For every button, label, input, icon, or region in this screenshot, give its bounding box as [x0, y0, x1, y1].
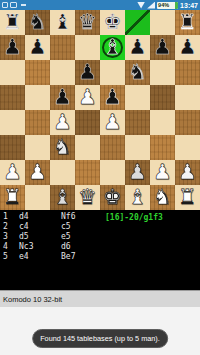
piece-black-pawn: ♟	[100, 85, 125, 110]
notification-area	[0, 2, 137, 8]
piece-black-rook: ♜	[175, 10, 200, 35]
last-move-arrow	[125, 10, 150, 35]
black-move: e5	[61, 232, 111, 242]
piece-black-king: ♚	[100, 10, 125, 35]
square-a3[interactable]	[0, 135, 25, 160]
square-c7[interactable]	[50, 35, 75, 60]
signal-icon	[147, 2, 155, 9]
piece-white-bishop: ♝	[50, 185, 75, 210]
piece-black-pawn: ♟	[175, 35, 200, 60]
white-move: c4	[19, 222, 61, 232]
move-number: 1	[0, 212, 19, 222]
square-f4[interactable]	[125, 110, 150, 135]
piece-black-pawn: ♟	[50, 85, 75, 110]
square-h3[interactable]	[175, 135, 200, 160]
white-move: e4	[19, 252, 61, 262]
square-a4[interactable]	[0, 110, 25, 135]
black-move: Nf6	[61, 212, 111, 222]
piece-black-knight: ♞	[125, 60, 150, 85]
square-a7[interactable]: ♟	[0, 35, 25, 60]
piece-white-rook: ♜	[175, 185, 200, 210]
square-g3[interactable]	[150, 135, 175, 160]
move-row[interactable]: 5e4Be7	[0, 252, 200, 262]
square-g6[interactable]	[150, 60, 175, 85]
piece-white-pawn: ♟	[125, 160, 150, 185]
piece-black-pawn: ♟	[150, 35, 175, 60]
square-e4[interactable]: ♟	[100, 110, 125, 135]
move-row[interactable]: 2c4c5	[0, 222, 200, 232]
battery-charge-tip	[175, 2, 178, 9]
square-e5[interactable]: ♟	[100, 85, 125, 110]
move-number: 2	[0, 222, 19, 232]
square-d3[interactable]	[75, 135, 100, 160]
square-b2[interactable]: ♟	[25, 160, 50, 185]
square-d4[interactable]	[75, 110, 100, 135]
square-e3[interactable]	[100, 135, 125, 160]
piece-white-pawn: ♟	[150, 160, 175, 185]
status-bar: 94% 13:47	[0, 0, 200, 10]
engine-name: Komodo 10 32-bit	[0, 295, 62, 304]
white-move: d4	[19, 212, 61, 222]
square-c1[interactable]: ♝	[50, 185, 75, 210]
square-g1[interactable]: ♞	[150, 185, 175, 210]
square-c8[interactable]: ♝	[50, 10, 75, 35]
piece-white-pawn: ♟	[25, 160, 50, 185]
piece-black-bishop: ♝	[50, 10, 75, 35]
square-c4[interactable]: ♟	[50, 110, 75, 135]
square-g5[interactable]	[150, 85, 175, 110]
piece-white-pawn: ♟	[175, 160, 200, 185]
square-a5[interactable]	[0, 85, 25, 110]
square-d6[interactable]: ♟	[75, 60, 100, 85]
square-a1[interactable]: ♜	[0, 185, 25, 210]
clock: 13:47	[180, 2, 198, 9]
piece-black-pawn: ♟	[25, 35, 50, 60]
square-e6[interactable]	[100, 60, 125, 85]
square-h1[interactable]: ♜	[175, 185, 200, 210]
square-g2[interactable]: ♟	[150, 160, 175, 185]
square-h8[interactable]: ♜	[175, 10, 200, 35]
square-c3[interactable]: ♞	[50, 135, 75, 160]
piece-white-rook: ♜	[0, 185, 25, 210]
chess-board[interactable]: ♜♞♝♛♚♜♟♟♝♟♟♟♟♞♟♟♟♟♟♞♟♟♟♟♟♜♝♛♚♝♞♜	[0, 10, 200, 210]
square-e8[interactable]: ♚	[100, 10, 125, 35]
move-row[interactable]: 4Nc3d6	[0, 242, 200, 252]
square-f6[interactable]: ♞	[125, 60, 150, 85]
square-c5[interactable]: ♟	[50, 85, 75, 110]
square-h5[interactable]	[175, 85, 200, 110]
square-b7[interactable]: ♟	[25, 35, 50, 60]
square-d7[interactable]	[75, 35, 100, 60]
move-row[interactable]: 1d4Nf6	[0, 212, 200, 222]
battery-icon: 94%	[157, 2, 178, 9]
square-b5[interactable]	[25, 85, 50, 110]
square-f3[interactable]	[125, 135, 150, 160]
move-row[interactable]: 3d5e5	[0, 232, 200, 242]
square-h6[interactable]	[175, 60, 200, 85]
square-g8[interactable]	[150, 10, 175, 35]
piece-white-bishop: ♝	[125, 185, 150, 210]
square-a8[interactable]: ♜	[0, 10, 25, 35]
piece-black-pawn: ♟	[125, 35, 150, 60]
square-g4[interactable]	[150, 110, 175, 135]
square-d1[interactable]: ♛	[75, 185, 100, 210]
black-move: Be7	[61, 252, 111, 262]
move-number: 4	[0, 242, 19, 252]
square-d5[interactable]: ♟	[75, 85, 100, 110]
piece-white-king: ♚	[100, 185, 125, 210]
bottom-area: Found 145 tablebases (up to 5 man).	[0, 307, 200, 355]
piece-white-knight: ♞	[50, 135, 75, 160]
piece-white-pawn: ♟	[100, 110, 125, 135]
square-f1[interactable]: ♝	[125, 185, 150, 210]
notification-icon-b	[10, 2, 17, 8]
square-b6[interactable]	[25, 60, 50, 85]
wifi-icon	[137, 2, 145, 9]
square-b3[interactable]	[25, 135, 50, 160]
square-e1[interactable]: ♚	[100, 185, 125, 210]
piece-black-knight: ♞	[25, 10, 50, 35]
square-h4[interactable]	[175, 110, 200, 135]
square-a6[interactable]	[0, 60, 25, 85]
engine-status-bar[interactable]: Komodo 10 32-bit	[0, 290, 200, 307]
square-f8[interactable]	[125, 10, 150, 35]
square-h7[interactable]: ♟	[175, 35, 200, 60]
white-move: Nc3	[19, 242, 61, 252]
square-f7[interactable]: ♟	[125, 35, 150, 60]
engine-hint: [16]-20/g1f3	[105, 213, 163, 223]
status-indicators: 94% 13:47	[137, 2, 200, 9]
square-d2[interactable]	[75, 160, 100, 185]
square-f5[interactable]	[125, 85, 150, 110]
square-c2[interactable]	[50, 160, 75, 185]
piece-black-pawn: ♟	[0, 35, 25, 60]
battery-percent: 94%	[158, 2, 169, 9]
piece-white-pawn: ♟	[50, 110, 75, 135]
square-e7[interactable]: ♝	[100, 35, 125, 60]
black-move: c5	[61, 222, 111, 232]
black-move: d6	[61, 242, 111, 252]
square-b1[interactable]	[25, 185, 50, 210]
square-c6[interactable]	[50, 60, 75, 85]
piece-white-queen: ♛	[75, 185, 100, 210]
move-number: 3	[0, 232, 19, 242]
square-d8[interactable]: ♛	[75, 10, 100, 35]
square-h2[interactable]: ♟	[175, 160, 200, 185]
square-f2[interactable]: ♟	[125, 160, 150, 185]
piece-white-knight: ♞	[150, 185, 175, 210]
white-move: d5	[19, 232, 61, 242]
piece-black-pawn: ♟	[75, 60, 100, 85]
toast-message: Found 145 tablebases (up to 5 man).	[32, 329, 168, 348]
notification-icon-a	[2, 2, 8, 8]
piece-black-bishop: ♝	[100, 35, 125, 60]
piece-black-queen: ♛	[75, 10, 100, 35]
piece-black-rook: ♜	[0, 10, 25, 35]
move-number: 5	[0, 252, 19, 262]
piece-white-pawn: ♟	[75, 85, 100, 110]
square-a2[interactable]: ♟	[0, 160, 25, 185]
move-list[interactable]: [16]-20/g1f3 1d4Nf62c4c53d5e54Nc3d65e4Be…	[0, 210, 200, 290]
square-e2[interactable]	[100, 160, 125, 185]
square-b4[interactable]	[25, 110, 50, 135]
piece-white-pawn: ♟	[0, 160, 25, 185]
usb-dash-icon	[21, 4, 26, 6]
square-b8[interactable]: ♞	[25, 10, 50, 35]
square-g7[interactable]: ♟	[150, 35, 175, 60]
